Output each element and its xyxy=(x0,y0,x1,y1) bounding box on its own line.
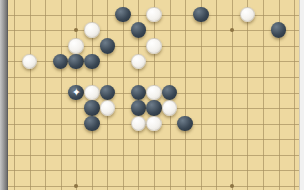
white-stone[interactable] xyxy=(22,54,38,70)
white-stone[interactable] xyxy=(84,22,100,38)
white-stone[interactable] xyxy=(146,116,162,132)
black-stone[interactable] xyxy=(115,7,131,23)
black-stone[interactable] xyxy=(100,38,116,54)
black-stone[interactable] xyxy=(68,54,84,70)
white-stone[interactable] xyxy=(131,54,147,70)
screenshot-root: ✦ xyxy=(0,0,304,190)
grid-horizontal-line xyxy=(8,139,304,140)
white-stone[interactable] xyxy=(146,7,162,23)
black-stone[interactable] xyxy=(162,85,178,101)
grid-horizontal-line xyxy=(8,155,304,156)
left-edge-strip xyxy=(0,0,8,190)
grid-vertical-line xyxy=(14,0,15,190)
white-stone[interactable] xyxy=(162,100,178,116)
grid-vertical-line xyxy=(61,0,62,190)
black-stone[interactable] xyxy=(177,116,193,132)
white-stone[interactable] xyxy=(240,7,256,23)
black-stone[interactable] xyxy=(146,100,162,116)
grid-horizontal-line xyxy=(8,77,304,78)
star-point xyxy=(74,28,78,32)
black-stone[interactable] xyxy=(193,7,209,23)
black-stone[interactable] xyxy=(131,22,147,38)
black-stone[interactable] xyxy=(131,100,147,116)
black-stone[interactable] xyxy=(84,54,100,70)
black-stone[interactable] xyxy=(271,22,287,38)
grid-vertical-line xyxy=(123,0,124,190)
grid-vertical-line xyxy=(263,0,264,190)
white-stone[interactable] xyxy=(146,38,162,54)
right-edge-strip xyxy=(299,0,304,190)
white-stone[interactable] xyxy=(84,85,100,101)
goban[interactable]: ✦ xyxy=(0,0,304,190)
grid-vertical-line xyxy=(201,0,202,190)
white-stone[interactable] xyxy=(68,38,84,54)
grid-vertical-line xyxy=(294,0,295,190)
black-stone[interactable] xyxy=(84,100,100,116)
grid-vertical-line xyxy=(185,0,186,190)
black-stone[interactable]: ✦ xyxy=(68,85,84,101)
white-stone[interactable] xyxy=(100,100,116,116)
black-stone[interactable] xyxy=(131,85,147,101)
black-stone[interactable] xyxy=(100,85,116,101)
black-stone[interactable] xyxy=(53,54,69,70)
star-point xyxy=(230,28,234,32)
white-stone[interactable] xyxy=(131,116,147,132)
grid-vertical-line xyxy=(216,0,217,190)
white-stone[interactable] xyxy=(146,85,162,101)
grid-vertical-line xyxy=(45,0,46,190)
star-point xyxy=(230,184,234,188)
grid-vertical-line xyxy=(247,0,248,190)
grid-horizontal-line xyxy=(8,186,304,187)
last-move-marker-icon: ✦ xyxy=(72,86,81,97)
black-stone[interactable] xyxy=(84,116,100,132)
grid-horizontal-line xyxy=(8,170,304,171)
grid-horizontal-line xyxy=(8,30,304,31)
star-point xyxy=(74,184,78,188)
grid-vertical-line xyxy=(30,0,31,190)
